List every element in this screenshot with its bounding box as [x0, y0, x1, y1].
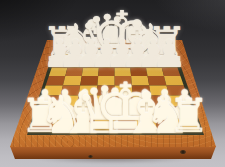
- piece-white-rook-h1[interactable]: ♜: [166, 93, 213, 140]
- chess-set-photo: ♜♞♝♛♚♝♞♜♟♟♟♟♟♟♟♟♟♟♟♟♟♟♟♟♜♞♝♛♚♝♞♜: [0, 0, 225, 167]
- pieces-layer: ♜♞♝♛♚♝♞♜♟♟♟♟♟♟♟♟♟♟♟♟♟♟♟♟♜♞♝♛♚♝♞♜: [0, 0, 225, 167]
